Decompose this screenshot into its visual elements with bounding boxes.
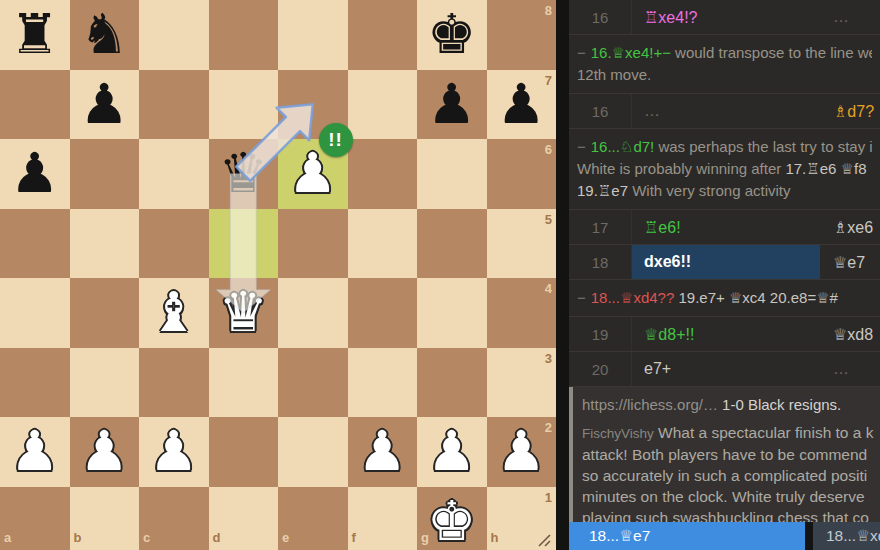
square-f8[interactable]	[348, 0, 418, 70]
black-rook-a8[interactable]: ♜	[0, 0, 70, 70]
square-c1[interactable]	[139, 487, 209, 550]
square-h8[interactable]	[487, 0, 557, 70]
square-b7[interactable]: ♟	[70, 70, 140, 140]
comment-collapse-toggle[interactable]: −	[577, 138, 586, 155]
square-b1[interactable]	[70, 487, 140, 550]
square-e1[interactable]	[278, 487, 348, 550]
square-d5[interactable]	[209, 209, 279, 279]
square-b2[interactable]: ♟	[70, 417, 140, 487]
square-h2[interactable]: ♟	[487, 417, 557, 487]
black-knight-b8[interactable]: ♞	[70, 0, 140, 70]
square-a4[interactable]	[0, 278, 70, 348]
square-d4[interactable]: ♛	[209, 278, 279, 348]
black-move-19[interactable]: ♕xd8	[820, 317, 880, 351]
white-pawn-g2[interactable]: ♟	[417, 417, 487, 487]
comment-text: was perhaps the last try to stay in	[654, 138, 872, 155]
black-pawn-b7[interactable]: ♟	[70, 70, 140, 140]
inline-move[interactable]: 16...♘d7!	[591, 138, 655, 155]
square-a2[interactable]: ♟	[0, 417, 70, 487]
move-number: 16	[569, 94, 632, 128]
game-result-line[interactable]: https://lichess.org/… 1-0 Black resigns.	[582, 396, 874, 413]
square-e5[interactable]	[278, 209, 348, 279]
comment-text: https://lichess.org/…	[582, 396, 718, 413]
square-a1[interactable]	[0, 487, 70, 550]
square-d8[interactable]	[209, 0, 279, 70]
white-pawn-f2[interactable]: ♟	[348, 417, 418, 487]
move-row-19: 19♕d8+!!♕xd8	[569, 317, 880, 352]
move-number: 16	[569, 0, 632, 34]
square-e4[interactable]	[278, 278, 348, 348]
annotation-comment: −16...♘d7! was perhaps the last try to s…	[569, 129, 880, 210]
move-row-20: 20e7+…	[569, 352, 880, 387]
white-move-20[interactable]: e7+	[632, 352, 820, 386]
square-f3[interactable]	[348, 348, 418, 418]
square-e2[interactable]	[278, 417, 348, 487]
square-c8[interactable]	[139, 0, 209, 70]
white-move-18[interactable]: dxe6!!	[632, 245, 820, 279]
square-c2[interactable]: ♟	[139, 417, 209, 487]
next-move-button-variation[interactable]: 18...♕xd4??	[813, 522, 880, 550]
inline-move[interactable]: 18...♕xd4??	[591, 289, 675, 306]
move-row-16: 16♖xe4!?…	[569, 0, 880, 35]
black-queen-d6[interactable]: ♛	[209, 139, 279, 209]
brilliant-move-badge: !!	[319, 123, 353, 157]
move-number: 19	[569, 317, 632, 351]
square-e8[interactable]	[278, 0, 348, 70]
black-move-16[interactable]: ♗d7?	[820, 94, 880, 128]
square-h6[interactable]	[487, 139, 557, 209]
comment-text: FischyVishy	[582, 426, 654, 441]
square-a6[interactable]: ♟	[0, 139, 70, 209]
square-d2[interactable]	[209, 417, 279, 487]
square-d3[interactable]	[209, 348, 279, 418]
square-h3[interactable]	[487, 348, 557, 418]
square-a7[interactable]	[0, 70, 70, 140]
square-a8[interactable]: ♜	[0, 0, 70, 70]
white-queen-d4[interactable]: ♛	[209, 278, 279, 348]
next-move-button-mainline[interactable]: 18...♕e7	[569, 522, 805, 550]
square-c5[interactable]	[139, 209, 209, 279]
square-g7[interactable]: ♟	[417, 70, 487, 140]
square-h7[interactable]: ♟	[487, 70, 557, 140]
black-king-g8[interactable]: ♚	[417, 0, 487, 70]
move-row-18: 18dxe6!!♕e7	[569, 245, 880, 280]
annotation-comment: −16.♕xe4!+− would transpose to the line …	[569, 35, 880, 94]
square-h5[interactable]	[487, 209, 557, 279]
square-b4[interactable]	[70, 278, 140, 348]
square-d6[interactable]: ♛	[209, 139, 279, 209]
comment-text: so accurately in such a complicated posi…	[582, 467, 867, 484]
square-g5[interactable]	[417, 209, 487, 279]
chess-board[interactable]: ♜♞♚♟♟♟♟♛♟♝♛♟♟♟♟♟♟♚abcdefgh87654321	[0, 0, 556, 550]
inline-move[interactable]: 19.♖e7	[577, 182, 628, 199]
square-b6[interactable]	[70, 139, 140, 209]
next-move-choices: 18...♕e7 18...♕xd4??	[569, 522, 880, 550]
white-move-16[interactable]: …	[632, 94, 820, 128]
square-c6[interactable]	[139, 139, 209, 209]
comment-text: What a spectacular finish to a ki	[654, 424, 874, 441]
square-b3[interactable]	[70, 348, 140, 418]
comment-text: minutes on the clock. White truly deserv…	[582, 488, 865, 505]
square-g8[interactable]: ♚	[417, 0, 487, 70]
move-number: 18	[569, 245, 632, 279]
black-move-18[interactable]: ♕e7	[820, 245, 880, 279]
comment-text: would transpose to the line we	[671, 44, 872, 61]
square-f6[interactable]	[348, 139, 418, 209]
square-c4[interactable]: ♝	[139, 278, 209, 348]
board-resize-handle[interactable]	[536, 532, 551, 547]
square-g2[interactable]: ♟	[417, 417, 487, 487]
square-a5[interactable]	[0, 209, 70, 279]
square-f1[interactable]	[348, 487, 418, 550]
square-e3[interactable]	[278, 348, 348, 418]
white-pawn-c2[interactable]: ♟	[139, 417, 209, 487]
white-pawn-h2[interactable]: ♟	[487, 417, 557, 487]
inline-move[interactable]: 17.♖e6 ♕f8	[785, 160, 866, 177]
black-move-16[interactable]: …	[820, 0, 880, 34]
comment-text: 12th move.	[577, 66, 651, 83]
comment-text: White is probably winning after	[577, 160, 785, 177]
comment-text: attack! Both players have to be commend	[582, 446, 867, 463]
white-pawn-a2[interactable]: ♟	[0, 417, 70, 487]
square-f4[interactable]	[348, 278, 418, 348]
square-h4[interactable]	[487, 278, 557, 348]
white-pawn-b2[interactable]: ♟	[70, 417, 140, 487]
square-f7[interactable]	[348, 70, 418, 140]
comment-text: With very strong activity	[628, 182, 791, 199]
inline-move[interactable]: 16.♕xe4!+−	[591, 44, 671, 61]
square-g4[interactable]	[417, 278, 487, 348]
white-move-19[interactable]: ♕d8+!!	[632, 317, 820, 351]
square-b5[interactable]	[70, 209, 140, 279]
move-row-17: 17♖e6!♗xe6	[569, 210, 880, 245]
black-pawn-a6[interactable]: ♟	[0, 139, 70, 209]
move-number: 20	[569, 352, 632, 386]
move-row-16: 16…♗d7?	[569, 94, 880, 129]
square-g6[interactable]	[417, 139, 487, 209]
move-list: 16♖xe4!?…−16.♕xe4!+− would transpose to …	[569, 0, 880, 550]
square-f5[interactable]	[348, 209, 418, 279]
analysis-panel: 16♖xe4!?…−16.♕xe4!+− would transpose to …	[556, 0, 880, 550]
annotation-comment: −18...♕xd4?? 19.e7+ ♕xc4 20.e8=♕#	[569, 280, 880, 317]
white-move-17[interactable]: ♖e6!	[632, 210, 820, 244]
move-number: 17	[569, 210, 632, 244]
square-c7[interactable]	[139, 70, 209, 140]
black-move-17[interactable]: ♗xe6	[820, 210, 880, 244]
square-a3[interactable]	[0, 348, 70, 418]
square-f2[interactable]: ♟	[348, 417, 418, 487]
inline-move[interactable]: 19.e7+ ♕xc4 20.e8=♕#	[678, 289, 838, 306]
comment-collapse-toggle[interactable]: −	[577, 289, 586, 306]
white-move-16[interactable]: ♖xe4!?	[632, 0, 820, 34]
black-move-20[interactable]: …	[820, 352, 880, 386]
square-g1[interactable]: ♚	[417, 487, 487, 550]
white-bishop-c4[interactable]: ♝	[139, 278, 209, 348]
white-king-g1[interactable]: ♚	[417, 487, 487, 550]
black-pawn-h7[interactable]: ♟	[487, 70, 557, 140]
black-pawn-g7[interactable]: ♟	[417, 70, 487, 140]
lichess-analysis-screen: { "game": "chess", "position": { "fen": …	[0, 0, 880, 550]
square-c3[interactable]	[139, 348, 209, 418]
square-b8[interactable]: ♞	[70, 0, 140, 70]
comment-text: 1-0 Black resigns.	[718, 396, 841, 413]
square-g3[interactable]	[417, 348, 487, 418]
comment-collapse-toggle[interactable]: −	[577, 44, 586, 61]
square-d7[interactable]	[209, 70, 279, 140]
square-d1[interactable]	[209, 487, 279, 550]
